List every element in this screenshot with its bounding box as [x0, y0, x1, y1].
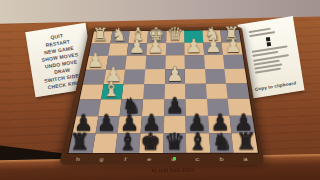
- square-b1[interactable]: ♞: [202, 30, 222, 42]
- square-c4[interactable]: [185, 69, 206, 84]
- square-e8[interactable]: ♚: [139, 134, 163, 153]
- square-a2[interactable]: ♟: [222, 42, 243, 55]
- square-g7[interactable]: ♟: [95, 116, 120, 134]
- black-pawn[interactable]: ♟: [119, 112, 139, 134]
- square-a4[interactable]: [225, 69, 247, 84]
- square-c7[interactable]: ♟: [186, 116, 209, 134]
- square-a3[interactable]: [223, 55, 245, 69]
- square-h6[interactable]: [76, 99, 100, 116]
- white-rook[interactable]: ♜: [93, 25, 109, 43]
- white-knight[interactable]: ♞: [111, 25, 127, 43]
- status-indicator-dot: [173, 157, 176, 160]
- square-f5[interactable]: [122, 84, 144, 100]
- square-d2[interactable]: [165, 43, 184, 56]
- solid-square-icon: [266, 37, 271, 42]
- file-label-c: c: [185, 156, 209, 161]
- square-f2[interactable]: ♟: [127, 43, 147, 56]
- square-b6[interactable]: [207, 99, 230, 116]
- square-b5[interactable]: [206, 83, 228, 99]
- square-a8[interactable]: ♜: [232, 133, 258, 152]
- file-label-g: g: [89, 156, 114, 161]
- chess-board[interactable]: ♜♞♝♚♛♞♜♟♟♟♟♟♟♟♟♝♞♟♟♟♟♟♟♟♟♜♝♚♛♝♞♜ hgfedcb…: [59, 27, 264, 165]
- board-frame: ♜♞♝♚♛♞♜♟♟♟♟♟♟♟♟♝♞♟♟♟♟♟♟♟♟♜♝♚♛♝♞♜ hgfedcb…: [59, 27, 264, 165]
- black-bishop[interactable]: ♝: [117, 130, 138, 153]
- square-h3[interactable]: ♟: [86, 56, 108, 70]
- file-label-b: b: [209, 156, 234, 161]
- square-g2[interactable]: [108, 43, 129, 56]
- file-label-a: a: [233, 156, 258, 161]
- square-h1[interactable]: ♜: [92, 31, 112, 43]
- square-d5[interactable]: [164, 84, 185, 100]
- square-d1[interactable]: ♛: [166, 31, 185, 43]
- copy-to-clipboard-button[interactable]: Copy to clipboard: [251, 80, 299, 92]
- square-c6[interactable]: [185, 99, 207, 116]
- square-c3[interactable]: [185, 55, 205, 69]
- file-label-h: h: [66, 156, 91, 161]
- square-f3[interactable]: [125, 56, 146, 70]
- board-grid[interactable]: ♜♞♝♚♛♞♜♟♟♟♟♟♟♟♟♝♞♟♟♟♟♟♟♟♟♜♝♚♛♝♞♜: [67, 30, 259, 154]
- square-d8[interactable]: ♛: [163, 134, 187, 153]
- black-pawn[interactable]: ♟: [74, 112, 94, 134]
- square-f1[interactable]: ♝: [129, 31, 148, 43]
- square-b7[interactable]: ♟: [208, 116, 232, 134]
- square-g3[interactable]: [106, 56, 127, 70]
- square-e3[interactable]: [145, 56, 165, 70]
- square-g1[interactable]: ♞: [110, 31, 130, 43]
- file-label-e: e: [137, 156, 161, 161]
- square-b8[interactable]: ♞: [209, 133, 234, 152]
- square-b2[interactable]: ♟: [203, 42, 223, 55]
- square-d7[interactable]: [163, 116, 186, 134]
- square-c5[interactable]: [185, 83, 207, 99]
- square-e2[interactable]: ♟: [146, 43, 166, 56]
- black-bishop[interactable]: ♝: [188, 130, 209, 153]
- square-h8[interactable]: ♜: [69, 134, 96, 153]
- black-rook[interactable]: ♜: [70, 130, 91, 153]
- square-a6[interactable]: [228, 99, 252, 116]
- solid-square-icon: [267, 42, 272, 47]
- square-h5[interactable]: [80, 84, 104, 100]
- square-d4[interactable]: ♟: [165, 69, 186, 84]
- square-d3[interactable]: [165, 55, 185, 69]
- file-label-f: f: [113, 156, 137, 161]
- black-rook[interactable]: ♜: [235, 130, 256, 153]
- square-f8[interactable]: ♝: [115, 134, 140, 153]
- white-king[interactable]: ♚: [148, 25, 164, 43]
- white-bishop[interactable]: ♝: [130, 25, 146, 43]
- black-pawn[interactable]: ♟: [96, 112, 116, 134]
- square-h7[interactable]: ♟: [73, 116, 98, 134]
- square-c2[interactable]: ♟: [184, 42, 204, 55]
- square-a7[interactable]: ♟: [230, 115, 255, 133]
- square-g8[interactable]: [92, 134, 118, 153]
- white-knight[interactable]: ♞: [204, 24, 220, 42]
- square-c1[interactable]: [184, 30, 203, 42]
- square-e7[interactable]: ♟: [140, 116, 163, 134]
- chess-scene: QUITRESTARTNEW GAMESHOW MOVESUNDO MOVEDR…: [0, 0, 320, 180]
- square-e4[interactable]: [144, 69, 165, 84]
- square-d6[interactable]: ♟: [164, 99, 186, 116]
- square-b4[interactable]: [205, 69, 227, 84]
- square-e1[interactable]: ♚: [147, 31, 166, 43]
- square-h4[interactable]: [83, 70, 106, 85]
- white-queen[interactable]: ♛: [167, 25, 183, 43]
- square-g4[interactable]: ♟: [103, 69, 125, 84]
- square-e6[interactable]: [142, 99, 164, 116]
- square-c8[interactable]: ♝: [186, 134, 210, 153]
- file-labels: hgfedcba: [65, 155, 258, 163]
- square-f4[interactable]: [124, 69, 145, 84]
- square-h2[interactable]: [89, 43, 110, 56]
- white-rook[interactable]: ♜: [223, 24, 239, 42]
- square-f6[interactable]: ♞: [120, 99, 143, 116]
- square-b3[interactable]: [204, 55, 225, 69]
- square-g6[interactable]: [98, 99, 122, 116]
- square-g5[interactable]: ♝: [101, 84, 124, 100]
- square-f7[interactable]: ♟: [118, 116, 142, 134]
- square-a1[interactable]: ♜: [221, 30, 241, 42]
- square-e5[interactable]: [143, 84, 165, 100]
- black-knight[interactable]: ♞: [212, 130, 233, 153]
- square-a5[interactable]: [226, 83, 249, 99]
